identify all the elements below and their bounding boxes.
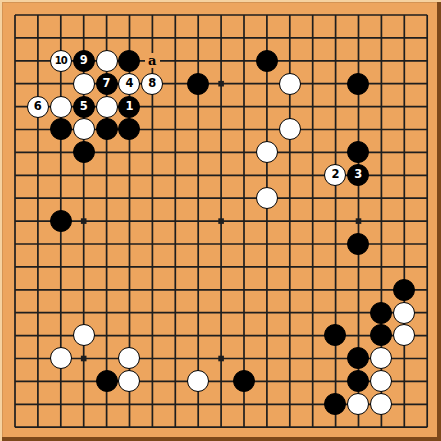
stone-white xyxy=(73,118,95,140)
stone-black xyxy=(50,210,72,232)
stone-black xyxy=(370,324,392,346)
stone-layer: 10974865123a xyxy=(4,4,439,439)
stone-black xyxy=(50,118,72,140)
stone-black xyxy=(347,370,369,392)
stone-black-move-7: 7 xyxy=(96,73,118,95)
stone-black xyxy=(118,50,140,72)
stone-black xyxy=(118,118,140,140)
stone-white xyxy=(347,393,369,415)
stone-black xyxy=(347,347,369,369)
stone-black-move-3: 3 xyxy=(347,164,369,186)
stone-black xyxy=(96,118,118,140)
go-board: 10974865123a xyxy=(0,0,441,441)
stone-white xyxy=(279,118,301,140)
stone-black xyxy=(393,279,415,301)
stone-white-move-2: 2 xyxy=(324,164,346,186)
stone-white xyxy=(393,324,415,346)
stone-white xyxy=(50,96,72,118)
stone-white xyxy=(256,187,278,209)
stone-white xyxy=(370,370,392,392)
stone-black xyxy=(233,370,255,392)
stone-black-move-9: 9 xyxy=(73,50,95,72)
stone-white xyxy=(118,370,140,392)
stone-black xyxy=(256,50,278,72)
stone-white xyxy=(279,73,301,95)
stone-black xyxy=(187,73,209,95)
stone-white-move-6: 6 xyxy=(27,96,49,118)
stone-black-move-1: 1 xyxy=(118,96,140,118)
stone-white xyxy=(256,141,278,163)
stone-black xyxy=(347,73,369,95)
stone-white xyxy=(73,73,95,95)
point-label-a: a xyxy=(145,53,160,68)
stone-white xyxy=(393,302,415,324)
stone-black xyxy=(370,302,392,324)
stone-black xyxy=(73,141,95,163)
stone-black xyxy=(347,233,369,255)
stone-white xyxy=(187,370,209,392)
stone-white-move-8: 8 xyxy=(141,73,163,95)
stone-black xyxy=(324,393,346,415)
stone-white xyxy=(73,324,95,346)
stone-white xyxy=(96,50,118,72)
stone-white xyxy=(50,347,72,369)
stone-black xyxy=(96,370,118,392)
stone-white xyxy=(370,393,392,415)
stone-black-move-5: 5 xyxy=(73,96,95,118)
stone-white xyxy=(118,347,140,369)
stone-white-move-10: 10 xyxy=(50,50,72,72)
stone-black xyxy=(324,324,346,346)
stone-white xyxy=(96,96,118,118)
stone-white xyxy=(370,347,392,369)
stone-white-move-4: 4 xyxy=(118,73,140,95)
stone-black xyxy=(347,141,369,163)
